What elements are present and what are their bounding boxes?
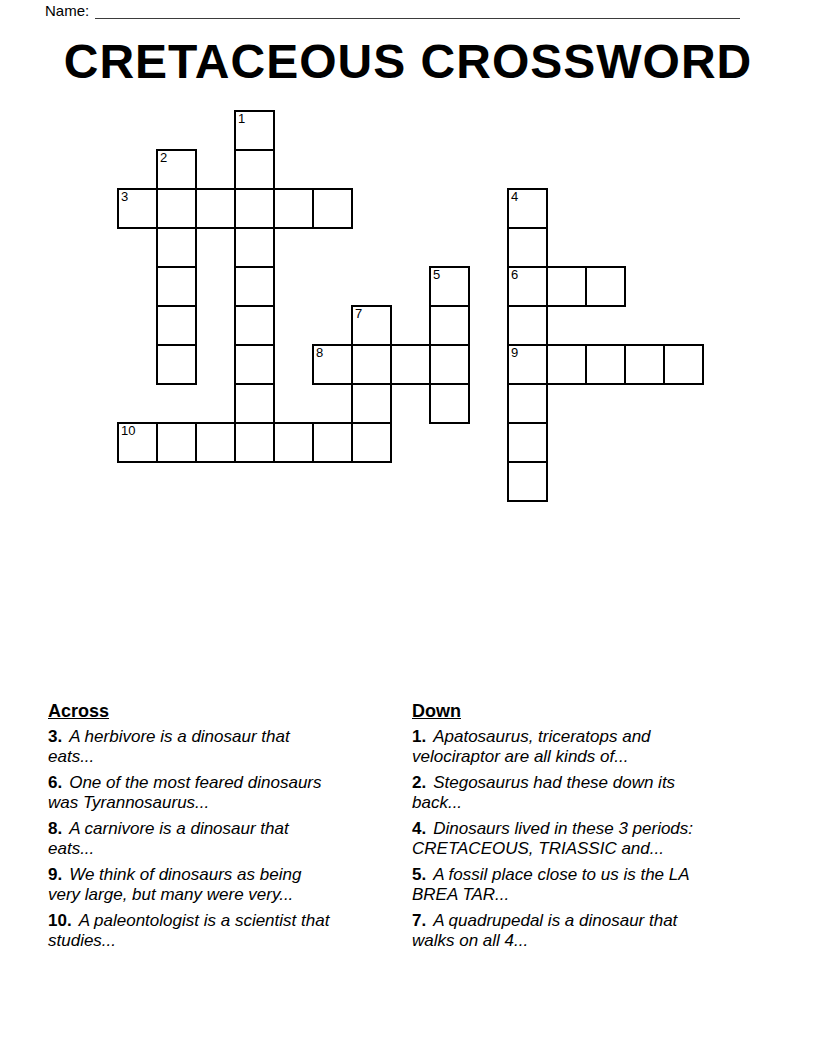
grid-cell[interactable]: [156, 422, 197, 463]
down-heading: Down: [412, 701, 757, 721]
cell-number: 6: [511, 268, 518, 282]
clue-text: A carnivore is a dinosaur that eats...: [48, 819, 289, 858]
clue-across-3: 3.A herbivore is a dinosaur that eats...: [48, 727, 393, 766]
clue-text: Stegosaurus had these down its back...: [412, 773, 675, 812]
grid-cell[interactable]: [156, 266, 197, 307]
clue-number: 9.: [48, 865, 62, 884]
clue-across-8: 8.A carnivore is a dinosaur that eats...: [48, 819, 393, 858]
clue-down-4: 4.Dinosaurs lived in these 3 periods: CR…: [412, 819, 757, 858]
grid-cell[interactable]: 8: [312, 344, 353, 385]
grid-cell[interactable]: [195, 188, 236, 229]
grid-cell[interactable]: [195, 422, 236, 463]
grid-cell[interactable]: [234, 149, 275, 190]
grid-cell[interactable]: [234, 383, 275, 424]
grid-cell[interactable]: 2: [156, 149, 197, 190]
clue-text: A quadrupedal is a dinosaur that walks o…: [412, 911, 677, 950]
grid-cell[interactable]: 5: [429, 266, 470, 307]
grid-cell[interactable]: [663, 344, 704, 385]
grid-cell[interactable]: [507, 305, 548, 346]
clue-text: A fossil place close to us is the LA BRE…: [412, 865, 690, 904]
grid-cell[interactable]: 7: [351, 305, 392, 346]
grid-cell[interactable]: [546, 266, 587, 307]
clue-down-2: 2.Stegosaurus had these down its back...: [412, 773, 757, 812]
grid-cell[interactable]: [351, 344, 392, 385]
grid-cell[interactable]: [156, 227, 197, 268]
down-clues-section: Down 1.Apatosaurus, triceratops and velo…: [412, 701, 757, 957]
grid-cell[interactable]: [429, 383, 470, 424]
grid-cell[interactable]: [585, 344, 626, 385]
cell-number: 4: [511, 190, 518, 204]
page-title: CRETACEOUS CROSSWORD: [0, 36, 816, 88]
cell-number: 9: [511, 346, 518, 360]
name-row: Name:: [45, 2, 740, 19]
clue-text: Apatosaurus, triceratops and velocirapto…: [412, 727, 651, 766]
clue-number: 5.: [412, 865, 426, 884]
clue-number: 10.: [48, 911, 72, 930]
clue-down-7: 7.A quadrupedal is a dinosaur that walks…: [412, 911, 757, 950]
grid-cell[interactable]: [273, 188, 314, 229]
grid-cell[interactable]: 3: [117, 188, 158, 229]
grid-cell[interactable]: 10: [117, 422, 158, 463]
clue-number: 8.: [48, 819, 62, 838]
clue-down-5: 5.A fossil place close to us is the LA B…: [412, 865, 757, 904]
clue-number: 1.: [412, 727, 426, 746]
grid-cell[interactable]: [156, 188, 197, 229]
grid-cell[interactable]: [429, 344, 470, 385]
clue-number: 4.: [412, 819, 426, 838]
clue-number: 3.: [48, 727, 62, 746]
grid-cell[interactable]: 6: [507, 266, 548, 307]
clue-text: Dinosaurs lived in these 3 periods: CRET…: [412, 819, 693, 858]
grid-cell[interactable]: 4: [507, 188, 548, 229]
grid-cell[interactable]: [234, 422, 275, 463]
grid-cell[interactable]: [312, 188, 353, 229]
grid-cell[interactable]: [234, 266, 275, 307]
clue-across-9: 9.We think of dinosaurs as being very la…: [48, 865, 393, 904]
grid-cell[interactable]: [312, 422, 353, 463]
grid-cell[interactable]: [585, 266, 626, 307]
grid-cell[interactable]: [351, 422, 392, 463]
grid-cell[interactable]: [507, 383, 548, 424]
grid-cell[interactable]: [234, 305, 275, 346]
clue-number: 2.: [412, 773, 426, 792]
cell-number: 7: [355, 307, 362, 321]
cell-number: 5: [433, 268, 440, 282]
grid-cell[interactable]: [507, 461, 548, 502]
grid-cell[interactable]: [624, 344, 665, 385]
cell-number: 2: [160, 151, 167, 165]
name-label: Name:: [45, 2, 89, 19]
grid-cell[interactable]: 1: [234, 110, 275, 151]
grid-cell[interactable]: [507, 227, 548, 268]
clue-text: We think of dinosaurs as being very larg…: [48, 865, 301, 904]
grid-cell[interactable]: 9: [507, 344, 548, 385]
cell-number: 1: [238, 112, 245, 126]
cell-number: 3: [121, 190, 128, 204]
across-heading: Across: [48, 701, 393, 721]
grid-cell[interactable]: [234, 344, 275, 385]
clue-number: 6.: [48, 773, 62, 792]
clue-across-10: 10.A paleontologist is a scientist that …: [48, 911, 393, 950]
grid-cell[interactable]: [351, 383, 392, 424]
grid-cell[interactable]: [234, 188, 275, 229]
grid-cell[interactable]: [156, 305, 197, 346]
grid-cell[interactable]: [234, 227, 275, 268]
clue-across-6: 6.One of the most feared dinosaurs was T…: [48, 773, 393, 812]
clue-down-1: 1.Apatosaurus, triceratops and velocirap…: [412, 727, 757, 766]
grid-cell[interactable]: [156, 344, 197, 385]
clue-number: 7.: [412, 911, 426, 930]
cell-number: 8: [316, 346, 323, 360]
grid-cell[interactable]: [546, 344, 587, 385]
across-clues-section: Across 3.A herbivore is a dinosaur that …: [48, 701, 393, 957]
name-input-line[interactable]: [95, 3, 740, 19]
grid-cell[interactable]: [273, 422, 314, 463]
grid-cell[interactable]: [507, 422, 548, 463]
crossword-worksheet: Name: CRETACEOUS CROSSWORD 12345678910 A…: [0, 0, 816, 1056]
cell-number: 10: [121, 424, 135, 438]
clue-text: One of the most feared dinosaurs was Tyr…: [48, 773, 322, 812]
grid-cell[interactable]: [429, 305, 470, 346]
clue-text: A herbivore is a dinosaur that eats...: [48, 727, 290, 766]
crossword-grid: 12345678910: [117, 110, 704, 502]
grid-cell[interactable]: [390, 344, 431, 385]
clue-text: A paleontologist is a scientist that stu…: [48, 911, 329, 950]
